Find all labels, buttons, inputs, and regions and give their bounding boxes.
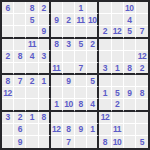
cell-r6c11-given[interactable]: 8	[124, 63, 136, 75]
cell-r1c12-empty[interactable]	[136, 2, 148, 14]
cell-r1c6-empty[interactable]	[63, 2, 75, 14]
cell-r9c5-given[interactable]: 1	[51, 99, 63, 111]
cell-r8c10-given[interactable]: 5	[112, 87, 124, 99]
cell-r1c7-given[interactable]: 1	[75, 2, 87, 14]
cell-r5c11-empty[interactable]	[124, 51, 136, 63]
cell-r4c11-empty[interactable]	[124, 39, 136, 51]
cell-r11c12-empty[interactable]	[136, 124, 148, 136]
cell-r5c10-empty[interactable]	[112, 51, 124, 63]
cell-r6c5-given[interactable]: 11	[51, 63, 63, 75]
cell-r12c8-empty[interactable]	[87, 136, 99, 148]
cell-r11c6-given[interactable]: 8	[63, 124, 75, 136]
cell-r6c8-empty[interactable]	[87, 63, 99, 75]
cell-r12c3-empty[interactable]	[26, 136, 38, 148]
cell-r5c12-given[interactable]: 12	[136, 51, 148, 63]
cell-r9c4-empty[interactable]	[39, 99, 51, 111]
cell-r8c8-empty[interactable]	[87, 87, 99, 99]
cell-r7c9-empty[interactable]	[99, 75, 111, 87]
cell-r2c11-given[interactable]: 4	[124, 14, 136, 26]
cell-r3c2-empty[interactable]	[14, 26, 26, 38]
cell-r10c2-given[interactable]: 2	[14, 112, 26, 124]
cell-r10c10-empty[interactable]	[112, 112, 124, 124]
cell-r5c8-empty[interactable]	[87, 51, 99, 63]
cell-r6c1-empty[interactable]	[2, 63, 14, 75]
cell-r12c4-empty[interactable]	[39, 136, 51, 148]
cell-r11c8-given[interactable]: 1	[87, 124, 99, 136]
cell-r9c12-empty[interactable]	[136, 99, 148, 111]
sudoku-board-12x12: 6821105921110492125711835228431211731828…	[0, 0, 150, 150]
cell-r4c10-empty[interactable]	[112, 39, 124, 51]
cell-r11c3-empty[interactable]	[26, 124, 38, 136]
cell-r2c12-empty[interactable]	[136, 14, 148, 26]
cell-r7c1-given[interactable]: 8	[2, 75, 14, 87]
cell-r8c5-empty[interactable]	[51, 87, 63, 99]
cell-r12c5-empty[interactable]	[51, 136, 63, 148]
cell-r4c8-given[interactable]: 2	[87, 39, 99, 51]
cell-r11c9-empty[interactable]	[99, 124, 111, 136]
cell-r1c11-given[interactable]: 10	[124, 2, 136, 14]
sudoku-page: 6821105921110492125711835228431211731828…	[0, 0, 150, 150]
cell-r8c2-empty[interactable]	[14, 87, 26, 99]
cell-r5c3-given[interactable]: 4	[26, 51, 38, 63]
cell-r2c6-given[interactable]: 2	[63, 14, 75, 26]
cell-r7c12-empty[interactable]	[136, 75, 148, 87]
cell-r4c4-empty[interactable]	[39, 39, 51, 51]
cell-r11c2-given[interactable]: 6	[14, 124, 26, 136]
cell-r4c6-given[interactable]: 3	[63, 39, 75, 51]
cell-r10c3-given[interactable]: 1	[26, 112, 38, 124]
cell-r3c12-given[interactable]: 7	[136, 26, 148, 38]
cell-r2c7-given[interactable]: 11	[75, 14, 87, 26]
cell-r4c1-empty[interactable]	[2, 39, 14, 51]
cell-r1c8-empty[interactable]	[87, 2, 99, 14]
cell-r3c5-empty[interactable]	[51, 26, 63, 38]
cell-r8c6-empty[interactable]	[63, 87, 75, 99]
cell-r3c1-empty[interactable]	[2, 26, 14, 38]
cell-r6c2-empty[interactable]	[14, 63, 26, 75]
cell-r11c5-given[interactable]: 12	[51, 124, 63, 136]
cell-r3c6-empty[interactable]	[63, 26, 75, 38]
cell-r10c5-empty[interactable]	[51, 112, 63, 124]
cell-r9c9-empty[interactable]	[99, 99, 111, 111]
cell-r10c4-given[interactable]: 8	[39, 112, 51, 124]
cell-r12c9-given[interactable]: 8	[99, 136, 111, 148]
cell-r5c4-given[interactable]: 3	[39, 51, 51, 63]
cell-r12c12-given[interactable]: 5	[136, 136, 148, 148]
cell-r3c9-given[interactable]: 2	[99, 26, 111, 38]
cell-r4c7-given[interactable]: 5	[75, 39, 87, 51]
cell-r9c10-given[interactable]: 2	[112, 99, 124, 111]
cell-r10c7-empty[interactable]	[75, 112, 87, 124]
cell-r7c2-given[interactable]: 7	[14, 75, 26, 87]
cell-r3c8-empty[interactable]	[87, 26, 99, 38]
cell-r5c7-empty[interactable]	[75, 51, 87, 63]
cell-r2c10-empty[interactable]	[112, 14, 124, 26]
cell-r4c12-empty[interactable]	[136, 39, 148, 51]
cell-r4c5-given[interactable]: 8	[51, 39, 63, 51]
cell-r6c4-empty[interactable]	[39, 63, 51, 75]
cell-r1c2-empty[interactable]	[14, 2, 26, 14]
cell-r3c4-given[interactable]: 9	[39, 26, 51, 38]
cell-r7c6-given[interactable]: 9	[63, 75, 75, 87]
cell-r12c1-empty[interactable]	[2, 136, 14, 148]
cell-r9c1-empty[interactable]	[2, 99, 14, 111]
cell-r9c6-given[interactable]: 10	[63, 99, 75, 111]
cell-r3c3-empty[interactable]	[26, 26, 38, 38]
cell-r7c10-empty[interactable]	[112, 75, 124, 87]
cell-r9c8-given[interactable]: 4	[87, 99, 99, 111]
cell-r8c11-given[interactable]: 9	[124, 87, 136, 99]
cell-r11c4-empty[interactable]	[39, 124, 51, 136]
cell-r9c3-empty[interactable]	[26, 99, 38, 111]
cell-r10c12-empty[interactable]	[136, 112, 148, 124]
cell-r7c5-empty[interactable]	[51, 75, 63, 87]
cell-r1c5-empty[interactable]	[51, 2, 63, 14]
cell-r8c1-given[interactable]: 12	[2, 87, 14, 99]
cell-r1c1-given[interactable]: 6	[2, 2, 14, 14]
cell-r2c4-empty[interactable]	[39, 14, 51, 26]
cell-r7c7-empty[interactable]	[75, 75, 87, 87]
cell-r8c12-given[interactable]: 8	[136, 87, 148, 99]
cell-r6c6-empty[interactable]	[63, 63, 75, 75]
cell-r6c12-given[interactable]: 2	[136, 63, 148, 75]
cell-r12c11-empty[interactable]	[124, 136, 136, 148]
cell-r12c7-empty[interactable]	[75, 136, 87, 148]
cell-r11c10-given[interactable]: 11	[112, 124, 124, 136]
cell-r4c3-given[interactable]: 11	[26, 39, 38, 51]
cell-r10c11-empty[interactable]	[124, 112, 136, 124]
cell-r10c9-given[interactable]: 12	[99, 112, 111, 124]
cell-r1c9-empty[interactable]	[99, 2, 111, 14]
cell-r8c3-empty[interactable]	[26, 87, 38, 99]
cell-r9c2-empty[interactable]	[14, 99, 26, 111]
cell-r10c6-empty[interactable]	[63, 112, 75, 124]
cell-r1c4-given[interactable]: 2	[39, 2, 51, 14]
cell-r2c5-given[interactable]: 9	[51, 14, 63, 26]
cell-r5c1-given[interactable]: 2	[2, 51, 14, 63]
cell-r5c5-empty[interactable]	[51, 51, 63, 63]
cell-r8c4-empty[interactable]	[39, 87, 51, 99]
cell-r3c10-given[interactable]: 12	[112, 26, 124, 38]
cell-r11c7-given[interactable]: 9	[75, 124, 87, 136]
cell-r2c8-given[interactable]: 10	[87, 14, 99, 26]
cell-r10c1-given[interactable]: 3	[2, 112, 14, 124]
cell-r8c7-empty[interactable]	[75, 87, 87, 99]
cell-r10c8-empty[interactable]	[87, 112, 99, 124]
cell-r11c1-empty[interactable]	[2, 124, 14, 136]
cell-r1c3-given[interactable]: 8	[26, 2, 38, 14]
cell-r4c2-empty[interactable]	[14, 39, 26, 51]
cell-r7c4-given[interactable]: 1	[39, 75, 51, 87]
cell-r6c10-given[interactable]: 1	[112, 63, 124, 75]
cell-r2c2-empty[interactable]	[14, 14, 26, 26]
cell-r3c11-given[interactable]: 5	[124, 26, 136, 38]
cell-r12c10-given[interactable]: 10	[112, 136, 124, 148]
cell-r6c7-given[interactable]: 7	[75, 63, 87, 75]
cell-r5c6-empty[interactable]	[63, 51, 75, 63]
cell-r7c8-given[interactable]: 5	[87, 75, 99, 87]
cell-r3c7-empty[interactable]	[75, 26, 87, 38]
cell-r8c9-given[interactable]: 1	[99, 87, 111, 99]
cell-r9c11-empty[interactable]	[124, 99, 136, 111]
cell-r9c7-given[interactable]: 8	[75, 99, 87, 111]
cell-r6c9-given[interactable]: 3	[99, 63, 111, 75]
cell-r2c3-given[interactable]: 5	[26, 14, 38, 26]
cell-r7c11-empty[interactable]	[124, 75, 136, 87]
cell-r7c3-given[interactable]: 2	[26, 75, 38, 87]
cell-r1c10-empty[interactable]	[112, 2, 124, 14]
cell-r12c6-given[interactable]: 7	[63, 136, 75, 148]
cell-r4c9-empty[interactable]	[99, 39, 111, 51]
cell-r5c2-given[interactable]: 8	[14, 51, 26, 63]
cell-r5c9-empty[interactable]	[99, 51, 111, 63]
cell-r2c9-empty[interactable]	[99, 14, 111, 26]
cell-r12c2-given[interactable]: 9	[14, 136, 26, 148]
cell-r6c3-empty[interactable]	[26, 63, 38, 75]
cell-r2c1-empty[interactable]	[2, 14, 14, 26]
cell-r11c11-empty[interactable]	[124, 124, 136, 136]
